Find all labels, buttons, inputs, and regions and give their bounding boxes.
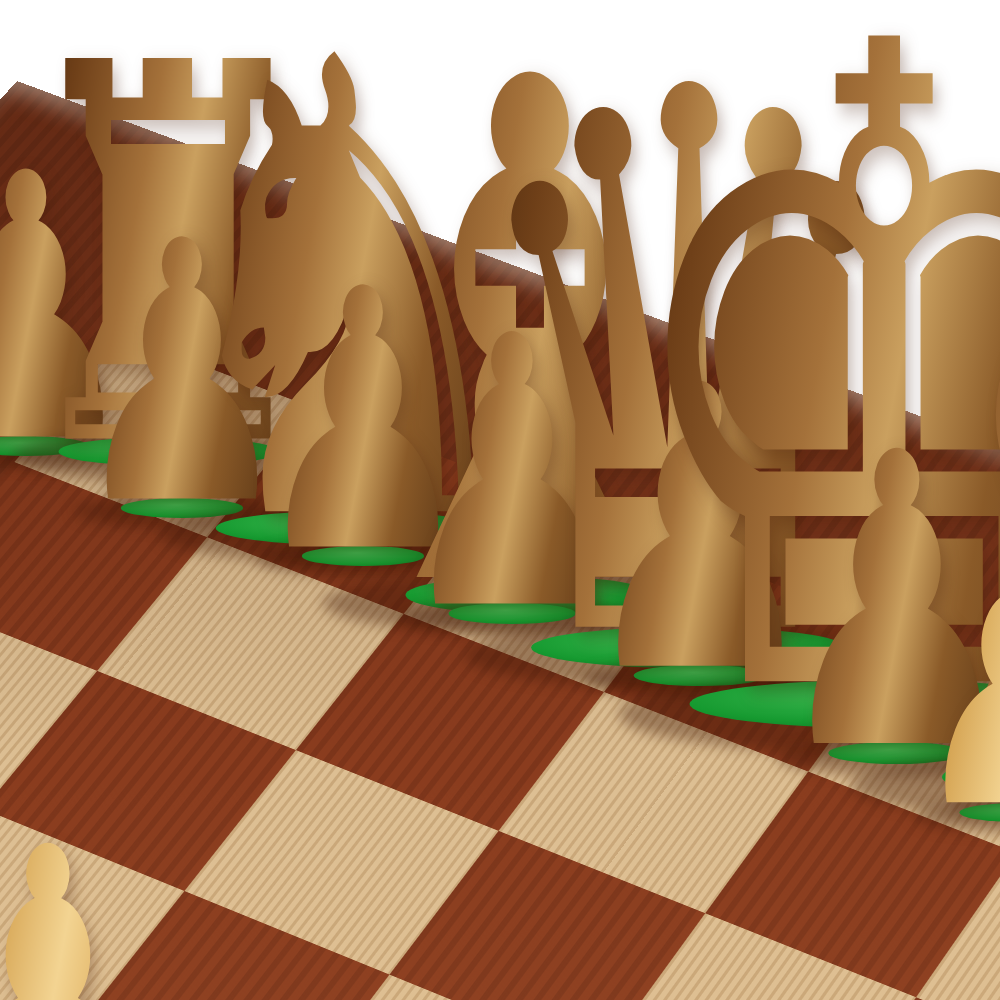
pawn-icon: ♟ [908,541,1000,819]
pawn-icon: ♟ [0,840,170,1000]
photo-background: ♜♞♝♛♚♝♟♟♟♟♟♟♟♟ [0,0,1000,1000]
